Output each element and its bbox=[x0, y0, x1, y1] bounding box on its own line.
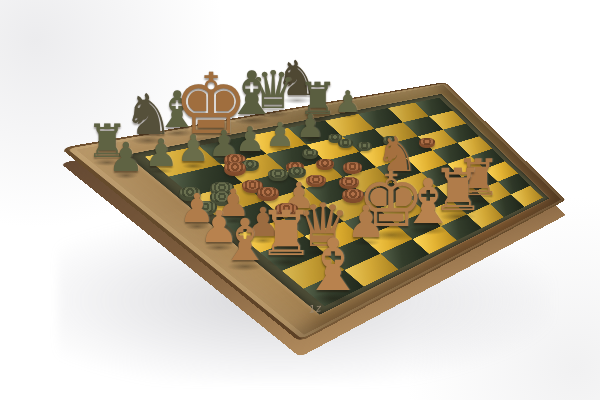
green-pawn[interactable]: ♟ bbox=[294, 110, 326, 142]
draughts-disc-green[interactable] bbox=[338, 139, 353, 148]
disc-carved-rings bbox=[419, 138, 435, 145]
green-pawn[interactable]: ♟ bbox=[106, 137, 146, 177]
disc-carved-rings bbox=[357, 142, 372, 149]
chess-set-product-photo: ♞♛♟♜♝♝♞♟♚♟♟♟♜♟♟♟♞♜♟♜♟♟♝♚♟♟♟♛♜♝♝ 1z bbox=[0, 0, 600, 400]
pieces-layer: ♞♛♟♜♝♝♞♟♚♟♟♟♜♟♟♟♞♜♟♜♟♟♝♚♟♟♟♛♜♝♝ bbox=[0, 0, 600, 400]
green-pawn[interactable]: ♟ bbox=[142, 134, 180, 172]
brown-bishop[interactable]: ♝ bbox=[216, 211, 274, 269]
draughts-disc-brown[interactable] bbox=[419, 138, 435, 148]
green-pawn[interactable]: ♟ bbox=[175, 130, 212, 167]
draughts-disc-brown[interactable] bbox=[224, 162, 246, 176]
disc-carved-rings bbox=[302, 149, 318, 156]
brown-bishop[interactable]: ♝ bbox=[297, 229, 369, 301]
disc-carved-rings bbox=[316, 159, 334, 167]
disc-carved-rings bbox=[338, 139, 353, 146]
disc-carved-rings bbox=[224, 162, 246, 172]
disc-carved-rings bbox=[257, 187, 279, 197]
disc-carved-rings bbox=[288, 167, 306, 175]
frame-pencil-mark: 1z bbox=[307, 302, 322, 315]
draughts-disc-green[interactable] bbox=[357, 142, 372, 151]
draughts-disc-brown[interactable] bbox=[316, 159, 334, 170]
green-pawn[interactable]: ♟ bbox=[264, 118, 297, 151]
draughts-disc-green[interactable] bbox=[302, 149, 318, 159]
